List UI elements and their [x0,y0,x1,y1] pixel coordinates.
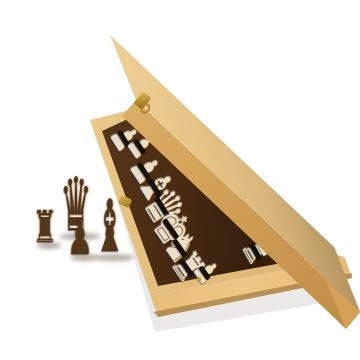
bishop-glyph: ♝ [94,190,126,262]
dark-bishop-piece: ♝ [92,190,128,262]
brass-screw-icon [197,277,201,281]
rook-glyph: ♜ [33,205,57,249]
chess-set-photo: ♟♟♟♝♛♚♞♜♟♜♟ ♜♛♟♝ [0,0,360,360]
dark-rook-piece: ♜ [31,205,58,249]
pawn-glyph: ♟ [67,215,93,261]
dark-pawn-piece: ♟ [66,215,95,261]
